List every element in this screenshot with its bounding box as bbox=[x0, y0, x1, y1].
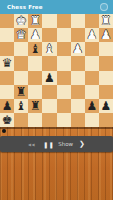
black-pawn: ♟ bbox=[2, 99, 13, 111]
square[interactable] bbox=[14, 71, 28, 85]
playback-bar: ◀◀ ❚❚ Show ❯ bbox=[0, 136, 113, 152]
square[interactable]: ♜ bbox=[28, 99, 42, 113]
square[interactable] bbox=[28, 71, 42, 85]
square[interactable] bbox=[42, 85, 56, 99]
rewind-button[interactable]: ◀◀ bbox=[28, 142, 43, 147]
square[interactable] bbox=[57, 56, 71, 70]
square[interactable] bbox=[99, 71, 113, 85]
show-button[interactable]: Show bbox=[58, 141, 79, 147]
black-pawn: ♟ bbox=[101, 99, 112, 111]
app-screen: Chess Free ♚♜♜♛♟♟♟♝♝♟♛♟♜♟♝♜♟♟♚ ◀◀ ❚❚ Sho… bbox=[0, 0, 113, 200]
show-button-label: Show bbox=[58, 141, 73, 147]
square[interactable] bbox=[28, 56, 42, 70]
turn-indicator-dot bbox=[2, 129, 6, 133]
chevron-right-icon: ❯ bbox=[79, 140, 85, 148]
square[interactable] bbox=[99, 56, 113, 70]
white-king: ♚ bbox=[16, 15, 27, 27]
square[interactable]: ♝ bbox=[14, 99, 28, 113]
black-bishop: ♝ bbox=[16, 99, 27, 111]
pause-icon: ❚❚ bbox=[43, 141, 54, 148]
black-pawn: ♟ bbox=[86, 99, 97, 111]
black-rook: ♜ bbox=[30, 99, 41, 111]
square[interactable] bbox=[85, 56, 99, 70]
white-bishop: ♝ bbox=[44, 43, 55, 55]
square[interactable] bbox=[0, 71, 14, 85]
rewind-icon: ◀◀ bbox=[28, 142, 35, 147]
forward-button[interactable]: ❯ bbox=[79, 140, 85, 148]
square[interactable] bbox=[42, 28, 56, 42]
square[interactable] bbox=[57, 71, 71, 85]
white-pawn: ♟ bbox=[30, 29, 41, 41]
board-shadow bbox=[0, 127, 113, 129]
square[interactable] bbox=[28, 113, 42, 127]
square[interactable]: ♝ bbox=[42, 42, 56, 56]
app-title: Chess Free bbox=[7, 4, 43, 10]
black-rook: ♜ bbox=[16, 85, 27, 97]
square[interactable]: ♟ bbox=[99, 28, 113, 42]
square[interactable] bbox=[99, 85, 113, 99]
square[interactable] bbox=[85, 14, 99, 28]
square[interactable] bbox=[71, 28, 85, 42]
square[interactable]: ♟ bbox=[42, 71, 56, 85]
square[interactable] bbox=[0, 28, 14, 42]
white-pawn: ♟ bbox=[72, 43, 83, 55]
square[interactable] bbox=[85, 71, 99, 85]
square[interactable]: ♟ bbox=[85, 99, 99, 113]
square[interactable]: ♝ bbox=[28, 42, 42, 56]
black-king: ♚ bbox=[2, 113, 13, 125]
square[interactable]: ♚ bbox=[0, 113, 14, 127]
square[interactable] bbox=[57, 28, 71, 42]
chess-board[interactable]: ♚♜♜♛♟♟♟♝♝♟♛♟♜♟♝♜♟♟♚ bbox=[0, 14, 113, 127]
square[interactable] bbox=[57, 42, 71, 56]
info-icon[interactable] bbox=[100, 3, 108, 11]
square[interactable] bbox=[71, 113, 85, 127]
square[interactable]: ♚ bbox=[14, 14, 28, 28]
black-queen: ♛ bbox=[2, 57, 13, 69]
pause-button[interactable]: ❚❚ bbox=[43, 141, 58, 148]
square[interactable]: ♟ bbox=[0, 99, 14, 113]
square[interactable]: ♜ bbox=[99, 14, 113, 28]
square[interactable] bbox=[0, 85, 14, 99]
square[interactable] bbox=[57, 14, 71, 28]
square[interactable] bbox=[57, 85, 71, 99]
square[interactable] bbox=[99, 42, 113, 56]
square[interactable] bbox=[57, 113, 71, 127]
white-pawn: ♟ bbox=[86, 29, 97, 41]
square[interactable]: ♟ bbox=[28, 28, 42, 42]
square[interactable] bbox=[71, 85, 85, 99]
square[interactable] bbox=[42, 99, 56, 113]
black-bishop: ♝ bbox=[30, 43, 41, 55]
square[interactable] bbox=[0, 42, 14, 56]
square[interactable] bbox=[42, 113, 56, 127]
square[interactable]: ♟ bbox=[71, 42, 85, 56]
square[interactable]: ♟ bbox=[99, 99, 113, 113]
square[interactable] bbox=[71, 56, 85, 70]
square[interactable] bbox=[85, 42, 99, 56]
square[interactable] bbox=[57, 99, 71, 113]
square[interactable] bbox=[42, 56, 56, 70]
square[interactable] bbox=[28, 85, 42, 99]
square[interactable] bbox=[71, 99, 85, 113]
square[interactable] bbox=[42, 14, 56, 28]
square[interactable]: ♛ bbox=[0, 56, 14, 70]
square[interactable] bbox=[85, 85, 99, 99]
square[interactable] bbox=[0, 14, 14, 28]
square[interactable]: ♟ bbox=[85, 28, 99, 42]
square[interactable] bbox=[14, 56, 28, 70]
app-header: Chess Free bbox=[0, 0, 113, 14]
square[interactable] bbox=[71, 71, 85, 85]
white-queen: ♛ bbox=[16, 29, 27, 41]
square[interactable] bbox=[71, 14, 85, 28]
square[interactable]: ♜ bbox=[14, 85, 28, 99]
white-rook: ♜ bbox=[30, 15, 41, 27]
white-pawn: ♟ bbox=[101, 29, 112, 41]
square[interactable]: ♛ bbox=[14, 28, 28, 42]
square[interactable]: ♜ bbox=[28, 14, 42, 28]
square[interactable] bbox=[99, 113, 113, 127]
square[interactable] bbox=[85, 113, 99, 127]
black-pawn: ♟ bbox=[44, 71, 55, 83]
square[interactable] bbox=[14, 113, 28, 127]
white-rook: ♜ bbox=[101, 15, 112, 27]
square[interactable] bbox=[14, 42, 28, 56]
